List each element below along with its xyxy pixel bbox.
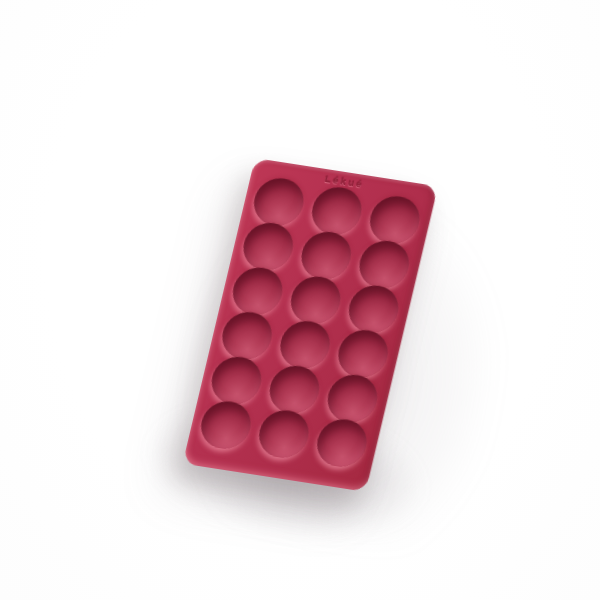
cavity-cup-r3-c1: [228, 264, 287, 318]
cavity-cup-r2-c1: [239, 220, 298, 274]
cavity-cup-r1-c1: [249, 175, 308, 229]
cavity-cup-r1-c3: [365, 193, 424, 247]
cavity-cup-r6-c2: [254, 407, 313, 461]
cavity-cup-r4-c1: [218, 309, 277, 363]
cavity-cup-r2-c3: [355, 238, 414, 292]
cavity-cup-r1-c2: [307, 184, 366, 238]
cavity-cup-r3-c2: [286, 273, 345, 327]
cavity-cup-r6-c3: [312, 416, 371, 470]
photo-stage: Lékué: [0, 0, 600, 600]
cavity-cup-r4-c3: [334, 327, 393, 381]
cavity-cup-r5-c3: [323, 371, 382, 425]
cavity-cup-r2-c2: [297, 229, 356, 283]
cavity-cup-r6-c1: [196, 398, 255, 452]
cavity-cup-r5-c2: [265, 362, 324, 416]
cavity-cup-r4-c2: [276, 318, 335, 372]
cavity-cup-r3-c3: [344, 282, 403, 336]
cavity-cup-r5-c1: [207, 353, 266, 407]
